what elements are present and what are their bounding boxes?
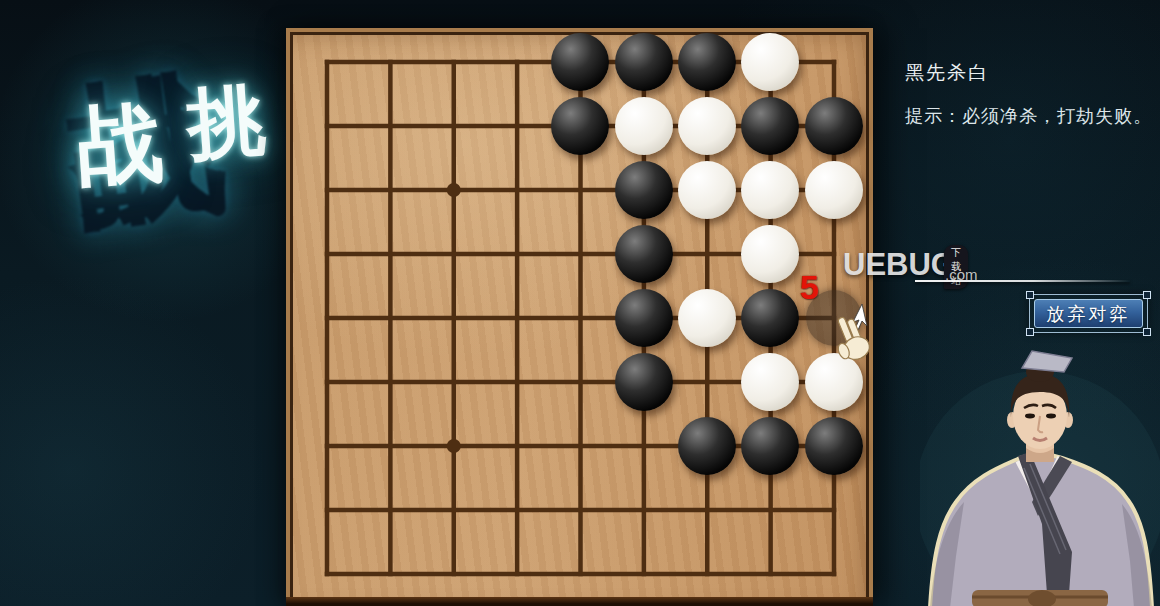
white-stone (741, 161, 799, 219)
white-stone (741, 353, 799, 411)
black-stone (741, 289, 799, 347)
black-stone (805, 97, 863, 155)
move-number-marker: 5 (800, 268, 819, 307)
challenge-calligraphy: 挑 战 (100, 18, 259, 29)
white-stone (615, 97, 673, 155)
puzzle-title: 黑先杀白 (905, 60, 989, 86)
white-stone (805, 161, 863, 219)
black-stone (615, 33, 673, 91)
watermark-underline (915, 280, 1130, 282)
black-stone (615, 289, 673, 347)
button-corner-ornament (1143, 291, 1151, 299)
white-stone (741, 225, 799, 283)
black-stone (551, 97, 609, 155)
black-stone (551, 33, 609, 91)
black-stone (615, 353, 673, 411)
button-corner-ornament (1026, 328, 1034, 336)
puzzle-hint: 提示：必须净杀，打劫失败。 (905, 104, 1152, 128)
tap-hand-icon (834, 312, 873, 364)
resign-button-label: 放弃对弈 (1034, 299, 1143, 328)
button-corner-ornament (1143, 328, 1151, 336)
white-stone (741, 33, 799, 91)
black-stone (615, 225, 673, 283)
black-stone (805, 417, 863, 475)
black-stone (615, 161, 673, 219)
white-stone (678, 289, 736, 347)
black-stone (741, 97, 799, 155)
challenge-char-1: 挑 (180, 18, 259, 24)
button-corner-ornament (1026, 291, 1034, 299)
white-stone (678, 161, 736, 219)
challenge-char-2: 战 (69, 30, 156, 36)
go-board[interactable]: 5 (286, 28, 873, 606)
watermark-brand: UEBUG (843, 247, 955, 282)
hand-cursor (834, 302, 880, 364)
stones-grid[interactable]: 5 (295, 30, 865, 606)
game-screen: 挑战 挑 战 5 黑先杀白 提示：必须净杀，打劫失败。 UEBUG 下载站 .c… (0, 0, 1160, 606)
resign-button[interactable]: 放弃对弈 (1029, 294, 1148, 333)
uebug-watermark: UEBUG 下载站 .com (843, 247, 955, 283)
white-stone (678, 97, 736, 155)
black-stone (678, 33, 736, 91)
black-stone (741, 417, 799, 475)
npc-portrait (920, 350, 1160, 606)
black-stone (678, 417, 736, 475)
